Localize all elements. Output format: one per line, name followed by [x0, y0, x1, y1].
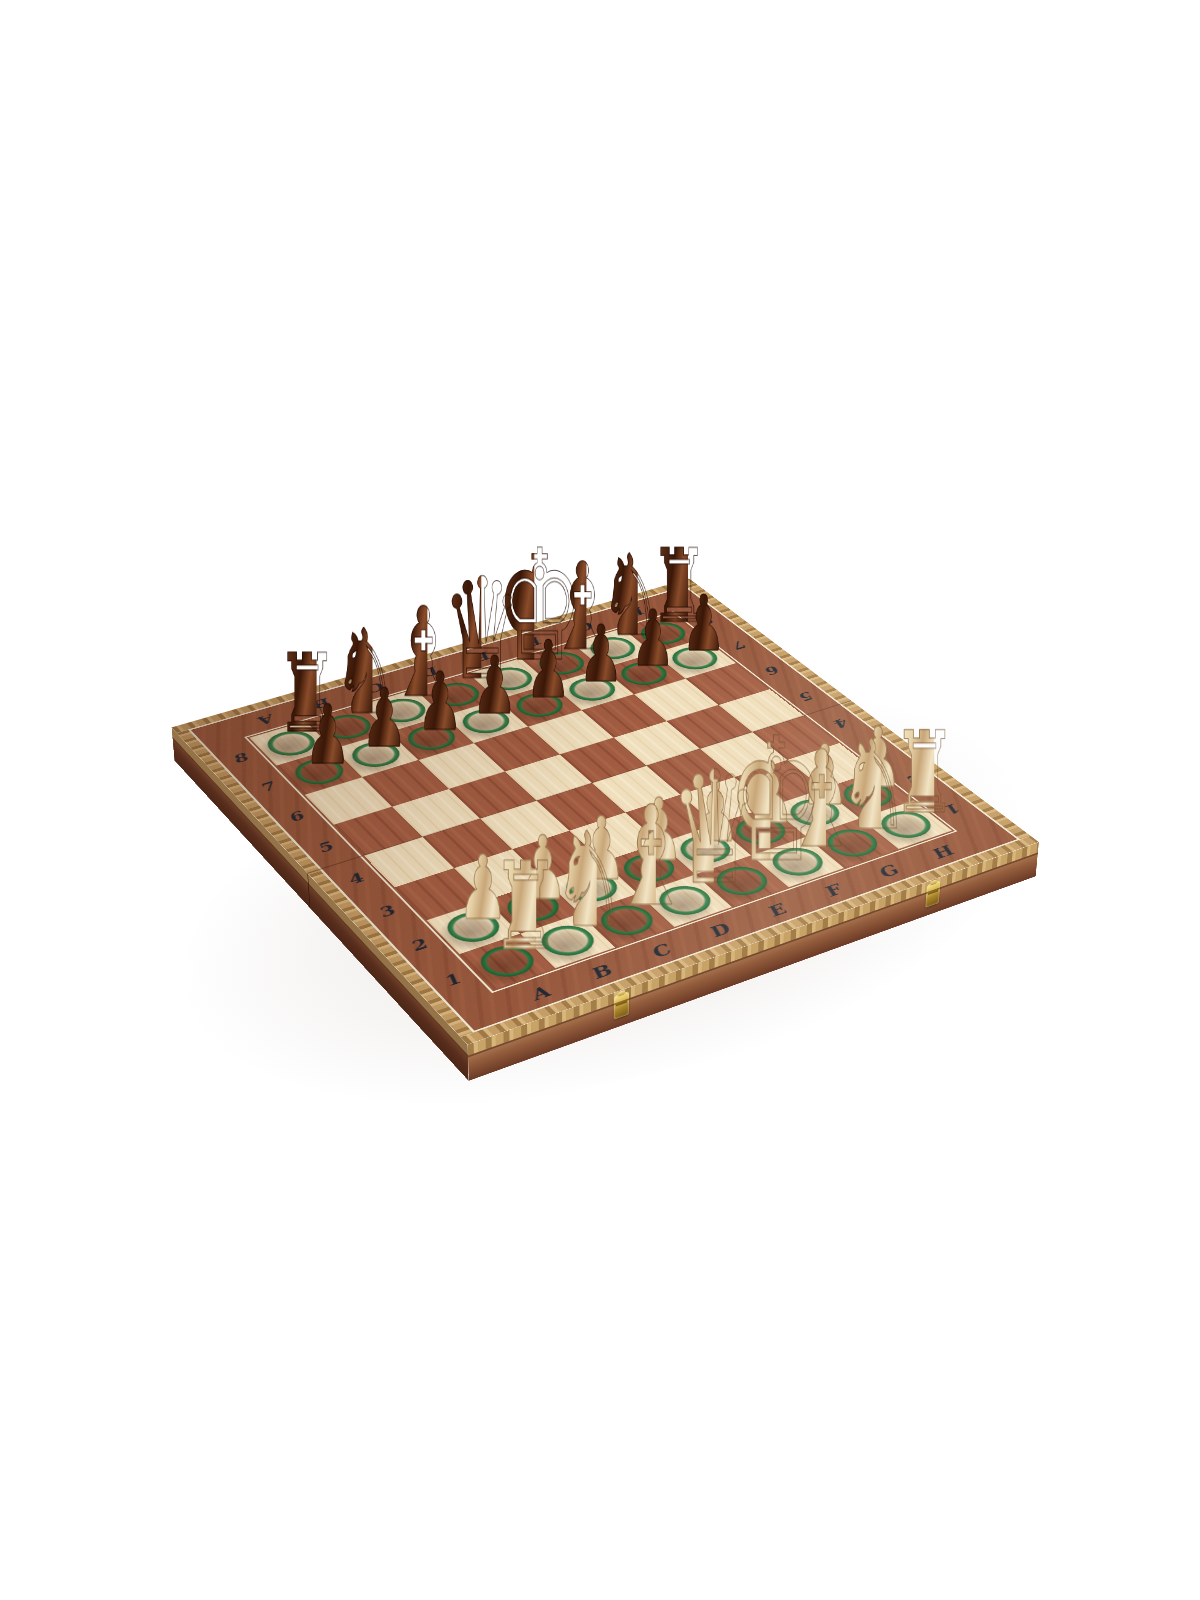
piece-white-rook: ♜ — [491, 846, 536, 967]
brass-latch-icon — [614, 991, 629, 1020]
photo-scene: ♜♞♝♛♚♝♞♜♟♟♟♟♟♟♟♟♟♟♟♟♟♟♟♟♜♞♝♛♚♝♞♜ AABBCCD… — [0, 0, 1200, 1600]
chess-board: ♜♞♝♛♚♝♞♜♟♟♟♟♟♟♟♟♟♟♟♟♟♟♟♟♜♞♝♛♚♝♞♜ AABBCCD… — [171, 578, 1039, 1044]
brass-latch-icon — [925, 880, 940, 907]
